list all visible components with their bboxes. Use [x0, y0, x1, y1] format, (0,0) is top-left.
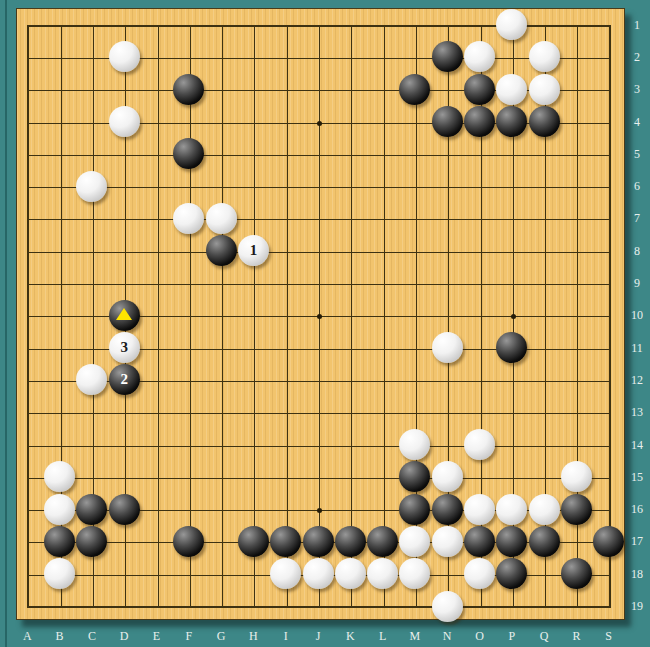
- row-label-14: 14: [627, 438, 647, 453]
- stone-black-F3[interactable]: [173, 74, 204, 105]
- stone-black-D16[interactable]: [109, 494, 140, 525]
- row-label-3: 3: [627, 82, 647, 97]
- row-label-4: 4: [627, 115, 647, 130]
- stone-black-F17[interactable]: [173, 526, 204, 557]
- row-label-7: 7: [627, 211, 647, 226]
- row-label-10: 10: [627, 308, 647, 323]
- stone-black-C16[interactable]: [76, 494, 107, 525]
- row-label-12: 12: [627, 373, 647, 388]
- stone-white-J18[interactable]: [303, 558, 334, 589]
- stone-black-O3[interactable]: [464, 74, 495, 105]
- stone-black-R16[interactable]: [561, 494, 592, 525]
- col-label-P: P: [504, 629, 520, 644]
- stone-white-C6[interactable]: [76, 171, 107, 202]
- stone-white-G7[interactable]: [206, 203, 237, 234]
- row-label-6: 6: [627, 179, 647, 194]
- row-label-19: 19: [627, 599, 647, 614]
- row-label-1: 1: [627, 18, 647, 33]
- row-label-15: 15: [627, 470, 647, 485]
- col-label-B: B: [52, 629, 68, 644]
- stone-white-O18[interactable]: [464, 558, 495, 589]
- stone-white-D2[interactable]: [109, 41, 140, 72]
- window-edge-seam: [5, 0, 7, 647]
- stone-white-N11[interactable]: [432, 332, 463, 363]
- stone-black-I17[interactable]: [270, 526, 301, 557]
- stone-black-B17[interactable]: [44, 526, 75, 557]
- stone-black-D12[interactable]: 2: [109, 364, 140, 395]
- stone-white-K18[interactable]: [335, 558, 366, 589]
- stone-white-Q2[interactable]: [529, 41, 560, 72]
- col-label-Q: Q: [536, 629, 552, 644]
- stone-black-M3[interactable]: [399, 74, 430, 105]
- stone-move-number: 2: [120, 372, 128, 387]
- stone-black-O17[interactable]: [464, 526, 495, 557]
- stone-black-Q17[interactable]: [529, 526, 560, 557]
- stone-white-B16[interactable]: [44, 494, 75, 525]
- stone-black-Q4[interactable]: [529, 106, 560, 137]
- row-label-9: 9: [627, 276, 647, 291]
- col-label-S: S: [601, 629, 617, 644]
- row-label-5: 5: [627, 147, 647, 162]
- row-label-18: 18: [627, 567, 647, 582]
- stone-white-N17[interactable]: [432, 526, 463, 557]
- stone-black-P17[interactable]: [496, 526, 527, 557]
- col-label-M: M: [407, 629, 423, 644]
- stone-black-G8[interactable]: [206, 235, 237, 266]
- col-label-F: F: [181, 629, 197, 644]
- stone-black-L17[interactable]: [367, 526, 398, 557]
- stone-white-Q16[interactable]: [529, 494, 560, 525]
- stone-white-P3[interactable]: [496, 74, 527, 105]
- col-label-L: L: [375, 629, 391, 644]
- stone-white-N15[interactable]: [432, 461, 463, 492]
- row-label-8: 8: [627, 244, 647, 259]
- star-point-J4: [317, 121, 322, 126]
- col-label-I: I: [278, 629, 294, 644]
- stone-white-D4[interactable]: [109, 106, 140, 137]
- stone-white-P16[interactable]: [496, 494, 527, 525]
- stone-black-R18[interactable]: [561, 558, 592, 589]
- row-label-13: 13: [627, 405, 647, 420]
- col-label-N: N: [439, 629, 455, 644]
- stone-black-N2[interactable]: [432, 41, 463, 72]
- stone-move-number: 3: [120, 340, 128, 355]
- stone-black-M16[interactable]: [399, 494, 430, 525]
- col-label-K: K: [342, 629, 358, 644]
- stone-white-D11[interactable]: 3: [109, 332, 140, 363]
- stone-move-number: 1: [250, 243, 258, 258]
- col-label-O: O: [472, 629, 488, 644]
- stone-white-H8[interactable]: 1: [238, 235, 269, 266]
- col-label-G: G: [213, 629, 229, 644]
- stone-black-J17[interactable]: [303, 526, 334, 557]
- stone-black-O4[interactable]: [464, 106, 495, 137]
- row-label-2: 2: [627, 50, 647, 65]
- go-game-window: ABCDEFGHIJKLMNOPQRS 12345678910111213141…: [0, 0, 650, 647]
- stone-black-D10[interactable]: [109, 300, 140, 331]
- stone-white-R15[interactable]: [561, 461, 592, 492]
- stone-black-S17[interactable]: [593, 526, 624, 557]
- stone-white-F7[interactable]: [173, 203, 204, 234]
- col-label-D: D: [116, 629, 132, 644]
- col-label-R: R: [568, 629, 584, 644]
- row-label-17: 17: [627, 534, 647, 549]
- row-label-11: 11: [627, 341, 647, 356]
- stone-white-O14[interactable]: [464, 429, 495, 460]
- triangle-marker-icon: [116, 308, 132, 320]
- stone-white-N19[interactable]: [432, 591, 463, 622]
- col-label-J: J: [310, 629, 326, 644]
- stone-white-Q3[interactable]: [529, 74, 560, 105]
- row-label-16: 16: [627, 502, 647, 517]
- stone-black-H17[interactable]: [238, 526, 269, 557]
- stone-black-N16[interactable]: [432, 494, 463, 525]
- stone-black-K17[interactable]: [335, 526, 366, 557]
- col-label-A: A: [19, 629, 35, 644]
- col-label-C: C: [84, 629, 100, 644]
- stone-black-N4[interactable]: [432, 106, 463, 137]
- col-label-E: E: [149, 629, 165, 644]
- col-label-H: H: [245, 629, 261, 644]
- stone-white-O16[interactable]: [464, 494, 495, 525]
